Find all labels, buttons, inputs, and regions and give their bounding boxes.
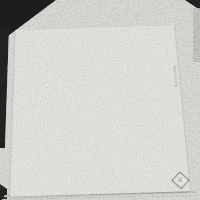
- board-grid: [16, 29, 179, 188]
- crown-icon: ♕: [177, 177, 184, 184]
- background-shadow-bottomleft: [0, 184, 7, 200]
- board-edge-text: Шахматы: [172, 66, 179, 88]
- rank-labels-left: [11, 34, 16, 188]
- photo-frame: Шахматы ♕: [0, 0, 200, 200]
- board-surface: Шахматы ♕: [10, 25, 190, 197]
- table-smudge: [193, 8, 200, 62]
- chess-board: Шахматы ♕: [4, 0, 190, 197]
